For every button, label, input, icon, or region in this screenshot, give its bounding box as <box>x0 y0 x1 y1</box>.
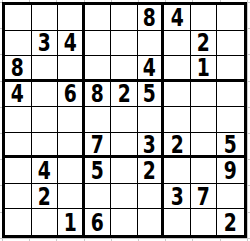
cell-digit: 7 <box>197 184 210 209</box>
cell-r7c8[interactable] <box>191 158 218 184</box>
cell-r2c5[interactable] <box>111 31 138 57</box>
cell-r2c3[interactable]: 4 <box>58 31 85 57</box>
cell-digit: 2 <box>38 184 51 209</box>
cell-r5c6[interactable] <box>138 107 165 133</box>
cell-digit: 1 <box>197 56 210 80</box>
cell-r4c1[interactable]: 4 <box>5 82 32 108</box>
page-background: 843428414682573254529237162 <box>0 0 250 241</box>
cell-r7c1[interactable] <box>5 158 32 184</box>
cell-r4c8[interactable] <box>191 82 218 108</box>
cell-r9c5[interactable] <box>111 209 138 235</box>
cell-r1c1[interactable] <box>5 5 32 31</box>
cell-digit: 8 <box>11 56 24 80</box>
cell-digit: 2 <box>224 210 237 235</box>
cell-r4c6[interactable]: 5 <box>138 82 165 108</box>
cell-r7c4[interactable]: 5 <box>85 158 112 184</box>
cell-r5c1[interactable] <box>5 107 32 133</box>
cell-digit: 3 <box>171 184 184 209</box>
cell-r7c9[interactable]: 9 <box>217 158 244 184</box>
cell-r1c5[interactable] <box>111 5 138 31</box>
cell-r5c9[interactable] <box>217 107 244 133</box>
cell-r3c4[interactable] <box>85 56 112 82</box>
cell-r5c4[interactable] <box>85 107 112 133</box>
cell-r9c2[interactable] <box>32 209 59 235</box>
cell-r6c9[interactable]: 5 <box>217 133 244 159</box>
cell-digit: 6 <box>91 210 104 235</box>
cell-r3c2[interactable] <box>32 56 59 82</box>
cell-r3c5[interactable] <box>111 56 138 82</box>
cell-r7c7[interactable] <box>164 158 191 184</box>
sudoku-board: 843428414682573254529237162 <box>2 2 247 238</box>
cell-r8c6[interactable] <box>138 184 165 210</box>
cell-r1c9[interactable] <box>217 5 244 31</box>
cell-r5c5[interactable] <box>111 107 138 133</box>
cell-r4c5[interactable]: 2 <box>111 82 138 108</box>
cell-digit: 5 <box>143 82 156 107</box>
cell-digit: 2 <box>117 82 130 107</box>
cell-digit: 2 <box>197 31 210 56</box>
cell-digit: 4 <box>38 158 51 183</box>
cell-r6c7[interactable]: 2 <box>164 133 191 159</box>
cell-r9c1[interactable] <box>5 209 32 235</box>
cell-r7c2[interactable]: 4 <box>32 158 59 184</box>
cell-r5c7[interactable] <box>164 107 191 133</box>
cell-digit: 8 <box>91 82 104 107</box>
cell-digit: 3 <box>143 133 156 157</box>
cell-digit: 4 <box>63 31 76 56</box>
cell-r4c9[interactable] <box>217 82 244 108</box>
cell-r2c7[interactable] <box>164 31 191 57</box>
cell-r9c8[interactable] <box>191 209 218 235</box>
cell-r5c8[interactable] <box>191 107 218 133</box>
cell-digit: 3 <box>38 31 51 56</box>
cell-r2c8[interactable]: 2 <box>191 31 218 57</box>
cell-r8c3[interactable] <box>58 184 85 210</box>
cell-digit: 5 <box>91 158 104 183</box>
cell-r1c7[interactable]: 4 <box>164 5 191 31</box>
cell-r6c8[interactable] <box>191 133 218 159</box>
cell-digit: 9 <box>224 158 237 183</box>
cell-r8c5[interactable] <box>111 184 138 210</box>
cell-r3c1[interactable]: 8 <box>5 56 32 82</box>
cell-r3c9[interactable] <box>217 56 244 82</box>
cell-r2c4[interactable] <box>85 31 112 57</box>
cell-r5c3[interactable] <box>58 107 85 133</box>
cell-digit: 4 <box>171 5 184 30</box>
cell-r8c2[interactable]: 2 <box>32 184 59 210</box>
cell-r3c6[interactable]: 4 <box>138 56 165 82</box>
cell-r2c9[interactable] <box>217 31 244 57</box>
cell-r5c2[interactable] <box>32 107 59 133</box>
cell-digit: 2 <box>171 133 184 157</box>
cell-digit: 8 <box>143 5 156 30</box>
cell-r2c1[interactable] <box>5 31 32 57</box>
cell-r9c7[interactable] <box>164 209 191 235</box>
cell-r9c9[interactable]: 2 <box>217 209 244 235</box>
cell-r6c3[interactable] <box>58 133 85 159</box>
cell-r9c3[interactable]: 1 <box>58 209 85 235</box>
cell-r1c3[interactable] <box>58 5 85 31</box>
cell-r8c9[interactable] <box>217 184 244 210</box>
cell-r6c2[interactable] <box>32 133 59 159</box>
cell-r7c6[interactable]: 2 <box>138 158 165 184</box>
cell-r8c8[interactable]: 7 <box>191 184 218 210</box>
cell-r6c6[interactable]: 3 <box>138 133 165 159</box>
cell-r4c2[interactable] <box>32 82 59 108</box>
cell-r3c8[interactable]: 1 <box>191 56 218 82</box>
cell-r7c5[interactable] <box>111 158 138 184</box>
cell-r8c1[interactable] <box>5 184 32 210</box>
cell-digit: 1 <box>63 210 76 235</box>
cell-digit: 4 <box>143 56 156 80</box>
cell-digit: 7 <box>91 133 104 157</box>
cell-r7c3[interactable] <box>58 158 85 184</box>
cell-r9c6[interactable] <box>138 209 165 235</box>
cell-r9c4[interactable]: 6 <box>85 209 112 235</box>
cell-r6c5[interactable] <box>111 133 138 159</box>
cell-r4c3[interactable]: 6 <box>58 82 85 108</box>
cell-digit: 5 <box>224 133 237 157</box>
cell-r4c4[interactable]: 8 <box>85 82 112 108</box>
cell-r4c7[interactable] <box>164 82 191 108</box>
cell-r2c2[interactable]: 3 <box>32 31 59 57</box>
cell-r1c6[interactable]: 8 <box>138 5 165 31</box>
cell-r1c2[interactable] <box>32 5 59 31</box>
cell-r6c1[interactable] <box>5 133 32 159</box>
cell-digit: 2 <box>143 158 156 183</box>
cell-digit: 4 <box>11 82 24 107</box>
cell-r1c4[interactable] <box>85 5 112 31</box>
cell-r3c3[interactable] <box>58 56 85 82</box>
cell-r8c4[interactable] <box>85 184 112 210</box>
cell-r6c4[interactable]: 7 <box>85 133 112 159</box>
cell-r2c6[interactable] <box>138 31 165 57</box>
cell-r3c7[interactable] <box>164 56 191 82</box>
cell-digit: 6 <box>63 82 76 107</box>
cell-r1c8[interactable] <box>191 5 218 31</box>
cell-r8c7[interactable]: 3 <box>164 184 191 210</box>
